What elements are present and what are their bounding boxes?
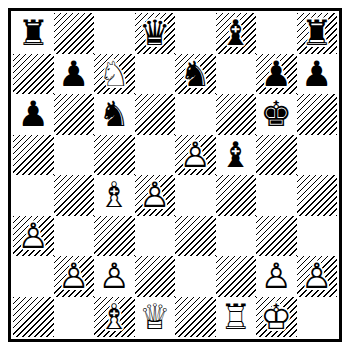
square-a6[interactable]: ♟♟ — [13, 94, 54, 135]
square-e2[interactable] — [175, 256, 216, 297]
white-bishop-c4: ♗ — [94, 175, 135, 216]
square-g1[interactable]: ♚♔ — [256, 297, 297, 338]
piece-halo: ♞ — [94, 54, 135, 95]
black-bishop-f8: ♝ — [216, 13, 257, 54]
black-knight-c6: ♞ — [94, 94, 135, 135]
square-a3[interactable]: ♟♙ — [13, 216, 54, 257]
square-g7[interactable]: ♟♟ — [256, 54, 297, 95]
piece-halo: ♚ — [256, 297, 297, 338]
piece-halo: ♟ — [256, 54, 297, 95]
square-h2[interactable]: ♟♙ — [297, 256, 338, 297]
white-pawn-h2: ♙ — [297, 256, 338, 297]
black-rook-h8: ♜ — [297, 13, 338, 54]
black-pawn-h7: ♟ — [297, 54, 338, 95]
square-f3[interactable] — [216, 216, 257, 257]
square-c5[interactable] — [94, 135, 135, 176]
square-f5[interactable]: ♝♝ — [216, 135, 257, 176]
black-queen-d8: ♛ — [135, 13, 176, 54]
square-d2[interactable] — [135, 256, 176, 297]
square-h8[interactable]: ♜♜ — [297, 13, 338, 54]
piece-halo: ♟ — [297, 54, 338, 95]
square-c3[interactable] — [94, 216, 135, 257]
square-a8[interactable]: ♜♜ — [13, 13, 54, 54]
square-e6[interactable] — [175, 94, 216, 135]
piece-halo: ♟ — [175, 135, 216, 176]
square-b5[interactable] — [54, 135, 95, 176]
square-e8[interactable] — [175, 13, 216, 54]
black-pawn-a6: ♟ — [13, 94, 54, 135]
square-f6[interactable] — [216, 94, 257, 135]
square-f8[interactable]: ♝♝ — [216, 13, 257, 54]
piece-halo: ♜ — [297, 13, 338, 54]
white-pawn-c2: ♙ — [94, 256, 135, 297]
black-rook-a8: ♜ — [13, 13, 54, 54]
square-c2[interactable]: ♟♙ — [94, 256, 135, 297]
piece-halo: ♟ — [94, 256, 135, 297]
square-h1[interactable] — [297, 297, 338, 338]
square-b3[interactable] — [54, 216, 95, 257]
square-f1[interactable]: ♜♖ — [216, 297, 257, 338]
piece-halo: ♟ — [135, 175, 176, 216]
piece-halo: ♝ — [94, 175, 135, 216]
square-e1[interactable] — [175, 297, 216, 338]
square-g2[interactable]: ♟♙ — [256, 256, 297, 297]
black-king-g6: ♚ — [256, 94, 297, 135]
square-d1[interactable]: ♛♕ — [135, 297, 176, 338]
square-b8[interactable] — [54, 13, 95, 54]
white-knight-c7: ♘ — [94, 54, 135, 95]
square-g4[interactable] — [256, 175, 297, 216]
piece-halo: ♟ — [54, 256, 95, 297]
chess-board-frame: ♜♜♛♛♝♝♜♜♟♟♞♘♞♞♟♟♟♟♟♟♞♞♚♚♟♙♝♝♝♗♟♙♟♙♟♙♟♙♟♙… — [8, 8, 342, 342]
white-pawn-a3: ♙ — [13, 216, 54, 257]
piece-halo: ♜ — [13, 13, 54, 54]
piece-halo: ♟ — [256, 256, 297, 297]
square-d3[interactable] — [135, 216, 176, 257]
square-b6[interactable] — [54, 94, 95, 135]
square-e4[interactable] — [175, 175, 216, 216]
square-d6[interactable] — [135, 94, 176, 135]
black-pawn-b7: ♟ — [54, 54, 95, 95]
square-a4[interactable] — [13, 175, 54, 216]
square-c8[interactable] — [94, 13, 135, 54]
piece-halo: ♞ — [94, 94, 135, 135]
black-knight-e7: ♞ — [175, 54, 216, 95]
black-pawn-g7: ♟ — [256, 54, 297, 95]
white-rook-f1: ♖ — [216, 297, 257, 338]
square-e5[interactable]: ♟♙ — [175, 135, 216, 176]
square-f2[interactable] — [216, 256, 257, 297]
square-g3[interactable] — [256, 216, 297, 257]
square-g6[interactable]: ♚♚ — [256, 94, 297, 135]
piece-halo: ♛ — [135, 297, 176, 338]
white-king-g1: ♔ — [256, 297, 297, 338]
square-d7[interactable] — [135, 54, 176, 95]
square-f4[interactable] — [216, 175, 257, 216]
square-h5[interactable] — [297, 135, 338, 176]
square-g5[interactable] — [256, 135, 297, 176]
piece-halo: ♚ — [256, 94, 297, 135]
square-h3[interactable] — [297, 216, 338, 257]
piece-halo: ♟ — [13, 216, 54, 257]
square-d4[interactable]: ♟♙ — [135, 175, 176, 216]
piece-halo: ♛ — [135, 13, 176, 54]
square-b2[interactable]: ♟♙ — [54, 256, 95, 297]
square-c7[interactable]: ♞♘ — [94, 54, 135, 95]
piece-halo: ♞ — [175, 54, 216, 95]
piece-halo: ♟ — [297, 256, 338, 297]
white-bishop-c1: ♗ — [94, 297, 135, 338]
piece-halo: ♝ — [216, 135, 257, 176]
square-a7[interactable] — [13, 54, 54, 95]
square-h7[interactable]: ♟♟ — [297, 54, 338, 95]
square-e7[interactable]: ♞♞ — [175, 54, 216, 95]
piece-halo: ♝ — [94, 297, 135, 338]
square-h6[interactable] — [297, 94, 338, 135]
square-b7[interactable]: ♟♟ — [54, 54, 95, 95]
piece-halo: ♝ — [216, 13, 257, 54]
square-c1[interactable]: ♝♗ — [94, 297, 135, 338]
piece-halo: ♟ — [54, 54, 95, 95]
square-a1[interactable] — [13, 297, 54, 338]
white-queen-d1: ♕ — [135, 297, 176, 338]
square-g8[interactable] — [256, 13, 297, 54]
chess-board: ♜♜♛♛♝♝♜♜♟♟♞♘♞♞♟♟♟♟♟♟♞♞♚♚♟♙♝♝♝♗♟♙♟♙♟♙♟♙♟♙… — [13, 13, 337, 337]
square-c4[interactable]: ♝♗ — [94, 175, 135, 216]
square-d8[interactable]: ♛♛ — [135, 13, 176, 54]
square-c6[interactable]: ♞♞ — [94, 94, 135, 135]
piece-halo: ♟ — [13, 94, 54, 135]
square-b4[interactable] — [54, 175, 95, 216]
black-bishop-f5: ♝ — [216, 135, 257, 176]
white-pawn-b2: ♙ — [54, 256, 95, 297]
square-h4[interactable] — [297, 175, 338, 216]
white-pawn-d4: ♙ — [135, 175, 176, 216]
white-pawn-e5: ♙ — [175, 135, 216, 176]
square-f7[interactable] — [216, 54, 257, 95]
square-b1[interactable] — [54, 297, 95, 338]
square-e3[interactable] — [175, 216, 216, 257]
square-a2[interactable] — [13, 256, 54, 297]
square-d5[interactable] — [135, 135, 176, 176]
piece-halo: ♜ — [216, 297, 257, 338]
white-pawn-g2: ♙ — [256, 256, 297, 297]
square-a5[interactable] — [13, 135, 54, 176]
